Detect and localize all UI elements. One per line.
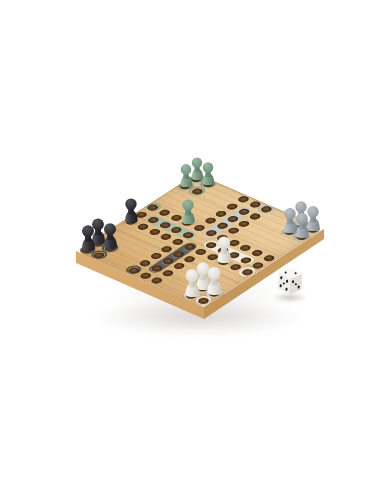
- pawn-white[interactable]: [207, 267, 222, 295]
- pawn-black[interactable]: [81, 225, 95, 251]
- pawn-head: [104, 223, 116, 235]
- dice[interactable]: [276, 265, 306, 299]
- pawn-head: [296, 213, 308, 225]
- pawn-head: [125, 198, 136, 209]
- pawn-head: [203, 163, 214, 174]
- pawn-black[interactable]: [103, 223, 117, 249]
- pawn-green[interactable]: [181, 199, 194, 224]
- pawn-white[interactable]: [184, 269, 199, 297]
- pawn-head: [180, 165, 191, 176]
- pawn-head: [208, 267, 221, 280]
- product-photo: [0, 0, 381, 492]
- pawn-green[interactable]: [180, 165, 192, 188]
- die-pip: [284, 271, 287, 274]
- pawn-white[interactable]: [217, 237, 231, 263]
- pawn-head: [82, 225, 94, 237]
- pawn-head: [295, 201, 306, 212]
- pawn-black[interactable]: [125, 198, 138, 223]
- pawn-head: [182, 199, 193, 210]
- pawn-gray[interactable]: [295, 213, 309, 238]
- pawn-green[interactable]: [202, 163, 214, 186]
- pawns-layer: [0, 0, 381, 492]
- pawn-head: [191, 158, 201, 168]
- pawn-green[interactable]: [191, 158, 203, 181]
- pawn-head: [185, 269, 198, 282]
- pawn-head: [218, 237, 230, 249]
- pawn-head: [284, 208, 296, 220]
